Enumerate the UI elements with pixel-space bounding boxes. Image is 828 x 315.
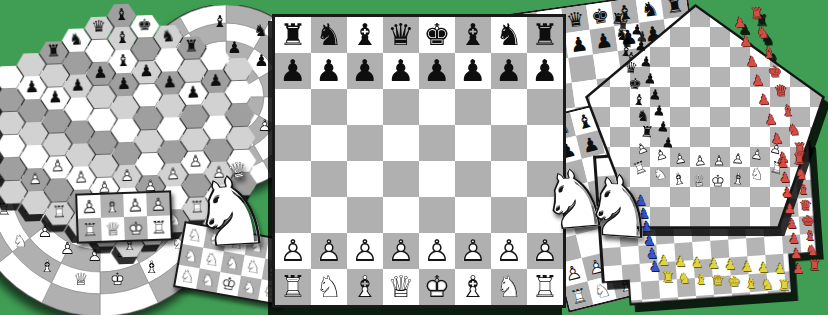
chess-variants-collage: ♛♛♛♟♟♟♟♜♞♝♞♜♛♕♚♔♝♗♝♗♟♙♟♙♞♘♞♘♜♖♝♗♜♖♞♘♝♗♛♕… — [0, 0, 828, 315]
white-knight: ♞♘ — [535, 156, 615, 244]
knight-figurines: ♞♘♞♘ — [0, 0, 828, 315]
white-knight: ♞♘ — [579, 161, 662, 252]
